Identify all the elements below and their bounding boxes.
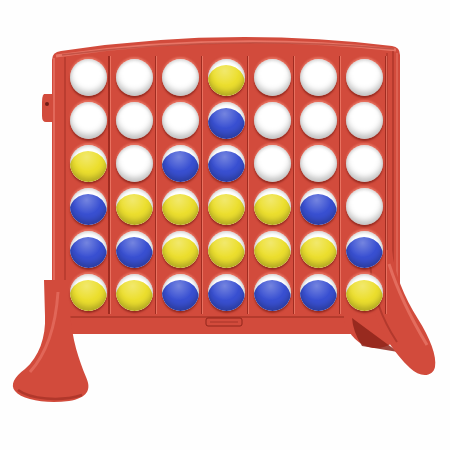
empty-hole (300, 102, 337, 139)
blue-disc-icon: ● (208, 145, 245, 182)
yellow-disc-icon: ● (162, 188, 199, 225)
board-cell[interactable] (157, 99, 203, 142)
empty-hole (162, 59, 199, 96)
board-cell[interactable] (341, 56, 387, 99)
blue-disc-icon: ● (70, 188, 107, 225)
hole: ● (116, 231, 153, 268)
board-cell[interactable] (249, 142, 295, 185)
empty-hole (70, 102, 107, 139)
yellow-disc-icon: ● (162, 231, 199, 268)
empty-hole (346, 102, 383, 139)
board-cell[interactable] (111, 142, 157, 185)
board-cell[interactable]: ● (203, 56, 249, 99)
board-cell[interactable]: ● (157, 271, 203, 314)
blue-disc-icon: ● (116, 231, 153, 268)
board-cell[interactable]: ● (203, 271, 249, 314)
hole-shade (254, 145, 291, 182)
hole-shade (70, 59, 107, 96)
yellow-disc-icon: ● (70, 274, 107, 311)
hole: ● (208, 102, 245, 139)
board-cell[interactable]: ● (111, 271, 157, 314)
board-cell[interactable] (295, 142, 341, 185)
empty-hole (300, 145, 337, 182)
hole: ● (346, 274, 383, 311)
board-cell[interactable] (249, 56, 295, 99)
blue-disc-icon: ● (162, 274, 199, 311)
hole-shade (116, 145, 153, 182)
empty-hole (254, 102, 291, 139)
board-cell[interactable]: ● (157, 228, 203, 271)
hole: ● (208, 145, 245, 182)
board-cell[interactable]: ● (341, 228, 387, 271)
hole: ● (300, 231, 337, 268)
board-cell[interactable] (341, 185, 387, 228)
empty-hole (346, 188, 383, 225)
empty-hole (300, 59, 337, 96)
hole-shade (346, 102, 383, 139)
hole-shade (162, 59, 199, 96)
hole: ● (70, 188, 107, 225)
board-cell[interactable]: ● (65, 185, 111, 228)
blue-disc-icon: ● (162, 145, 199, 182)
board-grid: ●●●●●●●●●●●●●●●●●●●●●●●●● (65, 56, 387, 314)
yellow-disc-icon: ● (254, 188, 291, 225)
empty-hole (346, 145, 383, 182)
hole: ● (70, 231, 107, 268)
hole: ● (300, 188, 337, 225)
hole: ● (254, 274, 291, 311)
board-cell[interactable]: ● (65, 228, 111, 271)
yellow-disc-icon: ● (208, 59, 245, 96)
board-cell[interactable]: ● (111, 185, 157, 228)
board-cell[interactable] (341, 142, 387, 185)
hole: ● (254, 188, 291, 225)
yellow-disc-icon: ● (116, 188, 153, 225)
hole: ● (162, 188, 199, 225)
board-cell[interactable]: ● (65, 271, 111, 314)
board-cell[interactable]: ● (111, 228, 157, 271)
hole-shade (346, 188, 383, 225)
empty-hole (254, 59, 291, 96)
hole-shade (300, 59, 337, 96)
hole-shade (300, 145, 337, 182)
board-cell[interactable]: ● (295, 271, 341, 314)
hole: ● (162, 145, 199, 182)
board-cell[interactable]: ● (65, 142, 111, 185)
hole: ● (70, 145, 107, 182)
left-hinge-tab (42, 94, 53, 122)
yellow-disc-icon: ● (116, 274, 153, 311)
board-cell[interactable]: ● (249, 185, 295, 228)
yellow-disc-icon: ● (208, 231, 245, 268)
board-cell[interactable] (65, 56, 111, 99)
empty-hole (70, 59, 107, 96)
hole-shade (254, 102, 291, 139)
board-cell[interactable] (157, 56, 203, 99)
hole: ● (162, 231, 199, 268)
empty-hole (116, 145, 153, 182)
board-cell[interactable] (111, 56, 157, 99)
scene: ●●●●●●●●●●●●●●●●●●●●●●●●● (0, 0, 450, 450)
hole: ● (116, 274, 153, 311)
board-cell[interactable] (295, 99, 341, 142)
hole: ● (116, 188, 153, 225)
board-cell[interactable] (65, 99, 111, 142)
board-cell[interactable]: ● (295, 185, 341, 228)
blue-disc-icon: ● (254, 274, 291, 311)
empty-hole (162, 102, 199, 139)
board-cell[interactable]: ● (249, 228, 295, 271)
hole: ● (208, 274, 245, 311)
hole-shade (346, 145, 383, 182)
yellow-disc-icon: ● (254, 231, 291, 268)
hole: ● (254, 231, 291, 268)
yellow-disc-icon: ● (208, 188, 245, 225)
board-cell[interactable] (295, 56, 341, 99)
hinge-pin-icon (45, 102, 49, 106)
board-cell[interactable]: ● (157, 185, 203, 228)
hole-shade (116, 59, 153, 96)
board-cell[interactable] (341, 99, 387, 142)
hole-shade (162, 102, 199, 139)
hole-shade (346, 59, 383, 96)
board-cell[interactable]: ● (249, 271, 295, 314)
hole: ● (70, 274, 107, 311)
hole: ● (162, 274, 199, 311)
empty-hole (116, 59, 153, 96)
hole-shade (70, 102, 107, 139)
hole: ● (208, 59, 245, 96)
board-cell[interactable] (249, 99, 295, 142)
empty-hole (346, 59, 383, 96)
yellow-disc-icon: ● (70, 145, 107, 182)
yellow-disc-icon: ● (300, 231, 337, 268)
hole: ● (208, 231, 245, 268)
blue-disc-icon: ● (208, 274, 245, 311)
board-cell[interactable]: ● (203, 185, 249, 228)
hole-shade (116, 102, 153, 139)
blue-disc-icon: ● (70, 231, 107, 268)
blue-disc-icon: ● (300, 188, 337, 225)
hole-shade (254, 59, 291, 96)
empty-hole (254, 145, 291, 182)
empty-hole (116, 102, 153, 139)
board-cell[interactable]: ● (203, 142, 249, 185)
hole: ● (208, 188, 245, 225)
hole-shade (300, 102, 337, 139)
board-cell[interactable]: ● (341, 271, 387, 314)
blue-disc-icon: ● (346, 231, 383, 268)
yellow-disc-icon: ● (346, 274, 383, 311)
hole: ● (346, 231, 383, 268)
board-cell[interactable]: ● (203, 228, 249, 271)
board-cell[interactable]: ● (295, 228, 341, 271)
blue-disc-icon: ● (300, 274, 337, 311)
board-cell[interactable]: ● (203, 99, 249, 142)
blue-disc-icon: ● (208, 102, 245, 139)
board-cell[interactable] (111, 99, 157, 142)
board-cell[interactable]: ● (157, 142, 203, 185)
hole: ● (300, 274, 337, 311)
